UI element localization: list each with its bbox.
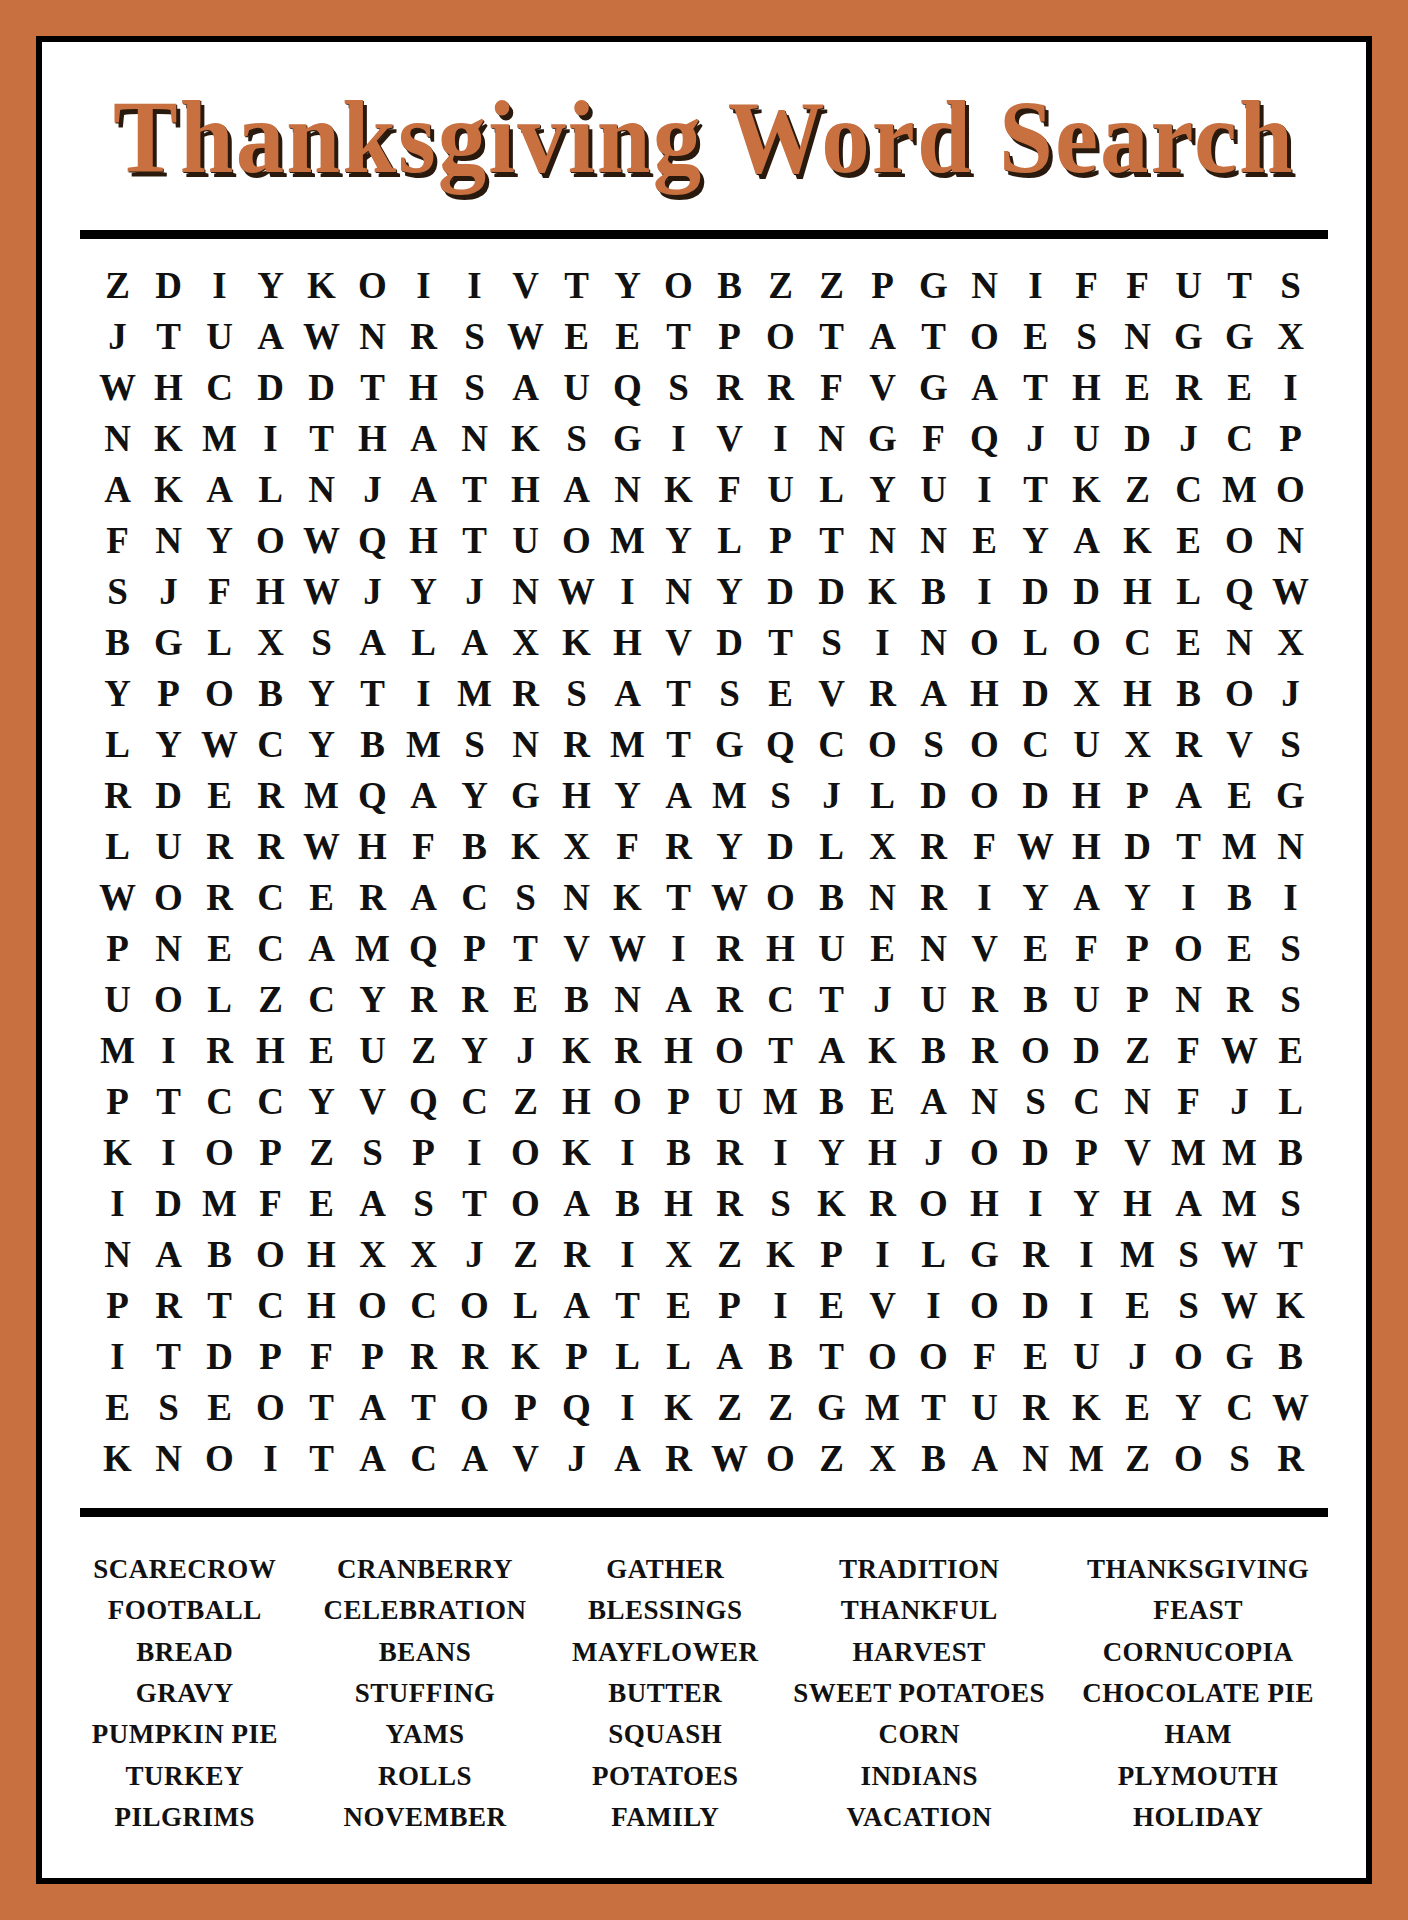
grid-cell: N [143,1433,194,1484]
grid-cell: E [194,923,245,974]
grid-cell: I [1010,1178,1061,1229]
word-list-item: BREAD [66,1632,304,1673]
grid-cell: E [653,1280,704,1331]
grid-cell: D [755,821,806,872]
grid-cell: M [1214,464,1265,515]
grid-cell: T [551,260,602,311]
grid-cell: I [653,923,704,974]
grid-cell: C [1061,1076,1112,1127]
grid-cell: D [1112,821,1163,872]
page-title: Thanksgiving Word Search [113,76,1295,196]
grid-cell: B [551,974,602,1025]
grid-cell: L [1010,617,1061,668]
word-list-item: CRANBERRY [304,1549,547,1590]
grid-cell: N [92,1229,143,1280]
grid-cell: P [857,260,908,311]
grid-cell: P [1061,1127,1112,1178]
grid-cell: D [194,1331,245,1382]
grid-cell: O [959,311,1010,362]
grid-cell: P [551,1331,602,1382]
grid-cell: G [857,413,908,464]
grid-cell: N [908,923,959,974]
grid-cell: P [245,1127,296,1178]
grid-cell: S [755,1178,806,1229]
grid-cell: P [704,311,755,362]
grid-cell: H [245,566,296,617]
grid-cell: O [653,260,704,311]
word-list-item: PLYMOUTH [1054,1756,1342,1797]
grid-cell: N [551,872,602,923]
grid-cell: Q [602,362,653,413]
grid-cell: N [857,515,908,566]
grid-cell: O [1214,668,1265,719]
grid-cell: R [1010,1229,1061,1280]
grid-cell: H [347,413,398,464]
grid-cell: X [398,1229,449,1280]
word-list-item: CORN [784,1714,1054,1755]
word-list-item: PILGRIMS [66,1797,304,1838]
grid-cell: Y [1061,1178,1112,1229]
grid-cell: E [1112,1280,1163,1331]
grid-cell: W [296,821,347,872]
grid-cell: Q [551,1382,602,1433]
grid-cell: R [704,362,755,413]
grid-cell: E [755,668,806,719]
grid-cell: R [551,719,602,770]
grid-cell: A [653,974,704,1025]
grid-cell: T [143,1331,194,1382]
grid-cell: R [959,974,1010,1025]
grid-cell: T [1265,1229,1316,1280]
grid-cell: Y [194,515,245,566]
grid-cell: W [704,1433,755,1484]
grid-cell: T [806,974,857,1025]
grid-cell: V [857,1280,908,1331]
grid-cell: F [1061,923,1112,974]
grid-cell: H [653,1025,704,1076]
grid-cell: R [194,821,245,872]
grid-cell: R [143,1280,194,1331]
grid-cell: D [1112,413,1163,464]
grid-cell: L [857,770,908,821]
grid-cell: E [92,1382,143,1433]
grid-cell: A [296,923,347,974]
grid-cell: Y [704,566,755,617]
grid-cell: O [551,515,602,566]
grid-cell: E [1010,923,1061,974]
grid-cell: O [245,1229,296,1280]
grid-cell: A [347,1433,398,1484]
grid-cell: P [92,1076,143,1127]
word-list-item: BUTTER [546,1673,784,1714]
grid-cell: O [857,1331,908,1382]
grid-cell: N [92,413,143,464]
grid-cell: C [449,1076,500,1127]
top-divider-rule [80,230,1328,239]
grid-cell: E [1163,515,1214,566]
grid-cell: H [143,362,194,413]
grid-cell: A [347,1382,398,1433]
word-list-item: HAM [1054,1714,1342,1755]
grid-cell: B [755,1331,806,1382]
grid-cell: N [143,923,194,974]
grid-cell: O [1265,464,1316,515]
grid-cell: R [347,872,398,923]
grid-cell: H [551,770,602,821]
grid-cell: V [1112,1127,1163,1178]
grid-cell: E [1214,770,1265,821]
grid-cell: G [602,413,653,464]
grid-cell: C [245,1280,296,1331]
word-list-item: INDIANS [784,1756,1054,1797]
grid-cell: V [857,362,908,413]
grid-cell: R [857,1178,908,1229]
grid-cell: J [1112,1331,1163,1382]
grid-cell: V [500,260,551,311]
grid-cell: L [398,617,449,668]
grid-cell: K [500,1331,551,1382]
grid-cell: I [1265,362,1316,413]
grid-cell: E [1112,362,1163,413]
grid-cell: W [1265,1382,1316,1433]
grid-cell: U [1061,719,1112,770]
grid-cell: I [1061,1229,1112,1280]
grid-cell: E [1214,923,1265,974]
grid-cell: R [449,974,500,1025]
grid-cell: I [449,260,500,311]
grid-cell: Z [500,1229,551,1280]
grid-cell: I [755,1127,806,1178]
grid-cell: P [92,1280,143,1331]
grid-cell: A [449,1433,500,1484]
grid-cell: V [551,923,602,974]
grid-cell: T [143,1076,194,1127]
grid-cell: E [500,974,551,1025]
grid-cell: R [92,770,143,821]
grid-cell: A [908,1076,959,1127]
word-list-item: TRADITION [784,1549,1054,1590]
grid-cell: G [959,1229,1010,1280]
word-list-column: THANKSGIVINGFEASTCORNUCOPIACHOCOLATE PIE… [1054,1549,1342,1838]
grid-cell: R [194,1025,245,1076]
grid-cell: Y [347,974,398,1025]
grid-cell: D [1010,770,1061,821]
grid-area: ZDIYKOIIVTYOBZZPGNIFFUTSJTUAWNRSWEETPOTA… [42,239,1366,1508]
grid-cell: S [551,668,602,719]
grid-cell: E [296,1178,347,1229]
grid-cell: T [908,1382,959,1433]
grid-cell: H [653,1178,704,1229]
grid-cell: U [551,362,602,413]
grid-cell: S [449,311,500,362]
grid-cell: E [959,515,1010,566]
grid-cell: I [1061,1280,1112,1331]
grid-cell: P [806,1229,857,1280]
grid-cell: X [1265,617,1316,668]
grid-cell: O [1010,1025,1061,1076]
grid-cell: M [194,413,245,464]
grid-cell: E [1163,617,1214,668]
grid-cell: A [806,1025,857,1076]
grid-cell: I [653,413,704,464]
grid-cell: N [959,1076,1010,1127]
grid-cell: V [1214,719,1265,770]
grid-cell: T [653,872,704,923]
word-list-item: HOLIDAY [1054,1797,1342,1838]
grid-cell: U [908,464,959,515]
grid-cell: L [704,515,755,566]
grid-cell: X [1061,668,1112,719]
grid-cell: K [143,413,194,464]
grid-cell: X [857,821,908,872]
grid-cell: Y [1010,872,1061,923]
grid-cell: T [194,1280,245,1331]
grid-cell: A [347,1178,398,1229]
grid-cell: A [551,464,602,515]
grid-cell: H [245,1025,296,1076]
grid-cell: F [1163,1025,1214,1076]
grid-cell: L [806,821,857,872]
grid-cell: R [398,311,449,362]
grid-cell: E [551,311,602,362]
grid-cell: T [755,1025,806,1076]
grid-cell: T [653,668,704,719]
grid-cell: E [296,872,347,923]
grid-cell: T [296,1382,347,1433]
grid-cell: S [1265,260,1316,311]
grid-cell: W [704,872,755,923]
grid-cell: M [1061,1433,1112,1484]
grid-cell: W [194,719,245,770]
grid-cell: C [449,872,500,923]
word-list-item: FAMILY [546,1797,784,1838]
grid-cell: W [296,566,347,617]
grid-cell: O [704,1025,755,1076]
grid-cell: H [1061,362,1112,413]
grid-cell: C [296,974,347,1025]
grid-cell: C [245,1076,296,1127]
grid-cell: K [1061,464,1112,515]
word-list-item: THANKSGIVING [1054,1549,1342,1590]
grid-cell: N [602,464,653,515]
grid-cell: X [551,821,602,872]
grid-cell: R [1265,1433,1316,1484]
grid-cell: F [245,1178,296,1229]
grid-cell: A [1163,770,1214,821]
grid-cell: L [908,1229,959,1280]
grid-cell: S [1163,1229,1214,1280]
word-list-item: BEANS [304,1632,547,1673]
grid-cell: S [908,719,959,770]
grid-cell: B [806,872,857,923]
grid-cell: Q [347,515,398,566]
grid-cell: Y [602,770,653,821]
grid-cell: Z [245,974,296,1025]
grid-cell: B [908,1025,959,1076]
grid-cell: G [806,1382,857,1433]
grid-cell: W [296,311,347,362]
grid-cell: O [755,872,806,923]
grid-cell: G [1214,1331,1265,1382]
grid-cell: F [92,515,143,566]
grid-cell: R [704,1178,755,1229]
grid-cell: I [143,1127,194,1178]
grid-cell: W [551,566,602,617]
grid-cell: D [143,260,194,311]
grid-cell: I [602,566,653,617]
grid-cell: O [908,1178,959,1229]
grid-cell: X [1112,719,1163,770]
grid-cell: H [551,1076,602,1127]
grid-cell: R [245,770,296,821]
grid-cell: J [1010,413,1061,464]
grid-cell: M [449,668,500,719]
grid-cell: P [143,668,194,719]
grid-cell: L [653,1331,704,1382]
grid-cell: H [1112,566,1163,617]
grid-cell: A [602,668,653,719]
grid-cell: S [551,413,602,464]
grid-cell: V [806,668,857,719]
grid-cell: I [602,1382,653,1433]
grid-cell: A [857,311,908,362]
grid-cell: K [653,464,704,515]
grid-cell: T [806,311,857,362]
grid-cell: G [1163,311,1214,362]
grid-cell: K [551,1025,602,1076]
grid-cell: W [500,311,551,362]
grid-cell: Y [857,464,908,515]
puzzle-page: Thanksgiving Word Search ZDIYKOIIVTYOBZZ… [36,36,1372,1884]
grid-cell: T [398,1382,449,1433]
grid-cell: O [347,260,398,311]
grid-cell: Z [398,1025,449,1076]
grid-cell: C [1214,413,1265,464]
grid-cell: I [1010,260,1061,311]
grid-cell: P [1112,974,1163,1025]
word-list-item: THANKFUL [784,1590,1054,1631]
grid-cell: O [194,1433,245,1484]
grid-cell: D [1061,1025,1112,1076]
grid-cell: E [194,1382,245,1433]
grid-cell: Y [245,260,296,311]
grid-cell: S [1163,1280,1214,1331]
grid-cell: O [959,719,1010,770]
grid-cell: N [1265,515,1316,566]
word-list-item: SQUASH [546,1714,784,1755]
grid-cell: I [755,413,806,464]
grid-cell: T [1010,362,1061,413]
grid-cell: R [857,668,908,719]
grid-cell: T [500,923,551,974]
grid-cell: O [755,1433,806,1484]
grid-cell: Q [959,413,1010,464]
grid-cell: I [755,1280,806,1331]
word-list-item: SWEET POTATOES [784,1673,1054,1714]
grid-cell: A [1061,515,1112,566]
grid-cell: N [347,311,398,362]
grid-cell: V [959,923,1010,974]
grid-cell: D [1010,1280,1061,1331]
grid-cell: J [806,770,857,821]
grid-cell: Y [653,515,704,566]
grid-cell: G [500,770,551,821]
grid-cell: T [347,668,398,719]
grid-cell: T [908,311,959,362]
word-list-item: NOVEMBER [304,1797,547,1838]
grid-cell: Y [449,770,500,821]
grid-cell: E [1214,362,1265,413]
word-list: SCARECROWFOOTBALLBREADGRAVYPUMPKIN PIETU… [42,1517,1366,1878]
grid-cell: K [296,260,347,311]
grid-cell: F [806,362,857,413]
grid-cell: B [194,1229,245,1280]
grid-cell: K [92,1127,143,1178]
grid-cell: W [1214,1229,1265,1280]
grid-cell: E [1010,311,1061,362]
grid-cell: S [296,617,347,668]
grid-cell: U [755,464,806,515]
grid-cell: Y [143,719,194,770]
grid-cell: O [500,1127,551,1178]
grid-cell: G [704,719,755,770]
grid-cell: M [704,770,755,821]
grid-cell: F [398,821,449,872]
grid-cell: R [500,668,551,719]
grid-cell: M [194,1178,245,1229]
grid-cell: T [806,1331,857,1382]
grid-cell: B [449,821,500,872]
grid-cell: O [755,311,806,362]
word-list-item: PUMPKIN PIE [66,1714,304,1755]
grid-cell: P [347,1331,398,1382]
grid-cell: E [857,1076,908,1127]
grid-cell: W [602,923,653,974]
grid-cell: S [1010,1076,1061,1127]
orange-frame: Thanksgiving Word Search ZDIYKOIIVTYOBZZ… [0,0,1408,1920]
grid-cell: A [194,464,245,515]
grid-cell: I [908,1280,959,1331]
grid-cell: S [806,617,857,668]
grid-cell: R [245,821,296,872]
grid-cell: T [143,311,194,362]
grid-cell: J [1265,668,1316,719]
word-list-column: CRANBERRYCELEBRATIONBEANSSTUFFINGYAMSROL… [304,1549,547,1838]
grid-cell: N [1010,1433,1061,1484]
grid-cell: Y [449,1025,500,1076]
grid-cell: Z [755,260,806,311]
grid-cell: B [602,1178,653,1229]
grid-cell: M [1214,821,1265,872]
grid-cell: P [500,1382,551,1433]
grid-cell: Y [704,821,755,872]
grid-cell: J [1214,1076,1265,1127]
grid-cell: O [602,1076,653,1127]
grid-cell: P [704,1280,755,1331]
grid-cell: U [1163,260,1214,311]
grid-cell: O [959,1280,1010,1331]
grid-cell: R [1163,362,1214,413]
grid-cell: A [1061,872,1112,923]
grid-cell: A [398,413,449,464]
grid-cell: A [245,311,296,362]
grid-cell: E [296,1025,347,1076]
grid-cell: T [653,719,704,770]
word-list-item: STUFFING [304,1673,547,1714]
grid-cell: K [857,566,908,617]
grid-cell: W [1010,821,1061,872]
grid-cell: C [755,974,806,1025]
